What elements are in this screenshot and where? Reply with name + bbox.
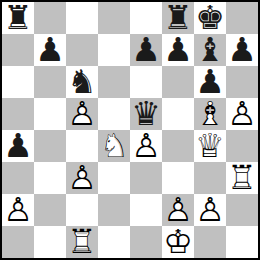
square-a6[interactable] xyxy=(2,66,34,98)
piece-black-pawn: ♟ xyxy=(162,34,194,66)
rook-glyph-outline: ♖ xyxy=(226,162,258,194)
piece-white-pawn: ♟♙ xyxy=(2,194,34,226)
piece-white-queen: ♛♕ xyxy=(194,130,226,162)
piece-white-pawn: ♟♙ xyxy=(66,162,98,194)
square-h1[interactable] xyxy=(226,226,258,258)
square-h3[interactable]: ♜♖ xyxy=(226,162,258,194)
square-a8[interactable]: ♜ xyxy=(2,2,34,34)
square-b2[interactable] xyxy=(34,194,66,226)
square-h5[interactable]: ♟♙ xyxy=(226,98,258,130)
square-c3[interactable]: ♟♙ xyxy=(66,162,98,194)
square-a2[interactable]: ♟♙ xyxy=(2,194,34,226)
square-c5[interactable]: ♟♙ xyxy=(66,98,98,130)
square-b4[interactable] xyxy=(34,130,66,162)
square-e7[interactable]: ♟ xyxy=(130,34,162,66)
piece-black-pawn: ♟ xyxy=(226,34,258,66)
pawn-glyph-fill: ♟ xyxy=(34,34,66,66)
pawn-glyph-outline: ♙ xyxy=(66,98,98,130)
knight-glyph-outline: ♘ xyxy=(98,130,130,162)
piece-white-pawn: ♟♙ xyxy=(194,194,226,226)
square-f7[interactable]: ♟ xyxy=(162,34,194,66)
rook-glyph-fill: ♜ xyxy=(2,2,34,34)
square-f4[interactable] xyxy=(162,130,194,162)
pawn-glyph-outline: ♙ xyxy=(226,98,258,130)
square-d7[interactable] xyxy=(98,34,130,66)
square-h7[interactable]: ♟ xyxy=(226,34,258,66)
square-b3[interactable] xyxy=(34,162,66,194)
square-e1[interactable] xyxy=(130,226,162,258)
square-e2[interactable] xyxy=(130,194,162,226)
square-a7[interactable] xyxy=(2,34,34,66)
square-b7[interactable]: ♟ xyxy=(34,34,66,66)
square-c8[interactable] xyxy=(66,2,98,34)
square-c1[interactable]: ♜♖ xyxy=(66,226,98,258)
piece-black-pawn: ♟ xyxy=(34,34,66,66)
pawn-glyph-fill: ♟ xyxy=(226,34,258,66)
pawn-glyph-outline: ♙ xyxy=(194,194,226,226)
piece-white-rook: ♜♖ xyxy=(226,162,258,194)
square-d1[interactable] xyxy=(98,226,130,258)
queen-glyph-outline: ♕ xyxy=(194,130,226,162)
square-a4[interactable]: ♟ xyxy=(2,130,34,162)
pawn-glyph-outline: ♙ xyxy=(66,162,98,194)
square-g4[interactable]: ♛♕ xyxy=(194,130,226,162)
square-d6[interactable] xyxy=(98,66,130,98)
pawn-glyph-fill: ♟ xyxy=(2,130,34,162)
square-d4[interactable]: ♞♘ xyxy=(98,130,130,162)
pawn-glyph-fill: ♟ xyxy=(130,34,162,66)
piece-black-rook: ♜ xyxy=(2,2,34,34)
square-h2[interactable] xyxy=(226,194,258,226)
piece-white-knight: ♞♘ xyxy=(98,130,130,162)
square-a1[interactable] xyxy=(2,226,34,258)
piece-white-pawn: ♟♙ xyxy=(226,98,258,130)
square-d2[interactable] xyxy=(98,194,130,226)
square-g2[interactable]: ♟♙ xyxy=(194,194,226,226)
square-g1[interactable] xyxy=(194,226,226,258)
pawn-glyph-outline: ♙ xyxy=(2,194,34,226)
pawn-glyph-fill: ♟ xyxy=(162,34,194,66)
square-f6[interactable] xyxy=(162,66,194,98)
piece-black-pawn: ♟ xyxy=(130,34,162,66)
square-b6[interactable] xyxy=(34,66,66,98)
square-e3[interactable] xyxy=(130,162,162,194)
chess-board: ♜♜♚♟♟♟♝♟♞♟♟♙♛♝♗♟♙♟♞♘♟♙♛♕♟♙♜♖♟♙♟♙♟♙♜♖♚♔ xyxy=(0,0,260,260)
square-d3[interactable] xyxy=(98,162,130,194)
piece-white-rook: ♜♖ xyxy=(66,226,98,258)
pawn-glyph-outline: ♙ xyxy=(130,130,162,162)
square-b5[interactable] xyxy=(34,98,66,130)
square-f5[interactable] xyxy=(162,98,194,130)
piece-white-king: ♚♔ xyxy=(162,226,194,258)
square-f1[interactable]: ♚♔ xyxy=(162,226,194,258)
piece-white-pawn: ♟♙ xyxy=(66,98,98,130)
piece-white-pawn: ♟♙ xyxy=(130,130,162,162)
square-b1[interactable] xyxy=(34,226,66,258)
square-e4[interactable]: ♟♙ xyxy=(130,130,162,162)
piece-black-pawn: ♟ xyxy=(2,130,34,162)
king-glyph-outline: ♔ xyxy=(162,226,194,258)
rook-glyph-outline: ♖ xyxy=(66,226,98,258)
square-d8[interactable] xyxy=(98,2,130,34)
